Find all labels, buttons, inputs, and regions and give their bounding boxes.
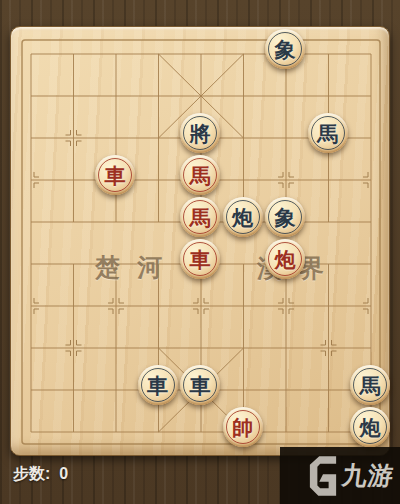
piece-character: 馬 [360, 375, 381, 396]
piece-character: 車 [147, 375, 168, 396]
black-cannon[interactable]: 炮 [350, 407, 390, 447]
black-general[interactable]: 將 [180, 113, 220, 153]
piece-character: 炮 [232, 207, 253, 228]
status-bar: 步数: 0 [13, 464, 68, 485]
piece-character: 炮 [275, 249, 296, 270]
red-general[interactable]: 帥 [223, 407, 263, 447]
piece-character: 車 [190, 375, 211, 396]
piece-character: 將 [190, 123, 211, 144]
black-cannon[interactable]: 炮 [223, 197, 263, 237]
red-chariot[interactable]: 車 [180, 239, 220, 279]
piece-character: 象 [275, 207, 296, 228]
piece-character: 馬 [190, 207, 211, 228]
black-chariot[interactable]: 車 [138, 365, 178, 405]
river-text-chu-he: 楚河 [95, 255, 179, 280]
piece-character: 車 [105, 165, 126, 186]
red-chariot[interactable]: 車 [95, 155, 135, 195]
piece-character: 馬 [317, 123, 338, 144]
watermark-brand-text: 九游 [340, 459, 396, 492]
moves-label: 步数: [13, 464, 50, 485]
red-horse[interactable]: 馬 [180, 155, 220, 195]
black-elephant[interactable]: 象 [265, 29, 305, 69]
black-horse[interactable]: 馬 [308, 113, 348, 153]
jiuyou-g-icon [308, 455, 338, 497]
black-chariot[interactable]: 車 [180, 365, 220, 405]
black-elephant[interactable]: 象 [265, 197, 305, 237]
watermark-overlay: 九游 [280, 447, 400, 504]
piece-character: 炮 [360, 417, 381, 438]
moves-value: 0 [59, 465, 68, 483]
piece-character: 車 [190, 249, 211, 270]
piece-character: 象 [275, 39, 296, 60]
red-cannon[interactable]: 炮 [265, 239, 305, 279]
xiangqi-game-screen: 楚河 漢界 象將馬炮象車車馬炮車馬馬車炮帥 步数: 0 九游 [0, 0, 400, 504]
red-horse[interactable]: 馬 [180, 197, 220, 237]
black-horse[interactable]: 馬 [350, 365, 390, 405]
piece-character: 帥 [232, 417, 253, 438]
piece-character: 馬 [190, 165, 211, 186]
